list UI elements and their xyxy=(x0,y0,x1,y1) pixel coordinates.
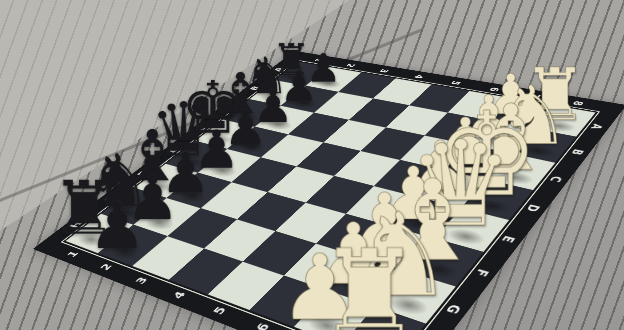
piece-white-rook-h8[interactable]: ♜ xyxy=(316,234,421,330)
rank-label-text: 3 xyxy=(133,276,150,286)
file-label-text: C xyxy=(547,175,566,183)
rank-label-text: 4 xyxy=(170,290,188,300)
piece-black-pawn-h2[interactable]: ♟ xyxy=(88,193,146,258)
rank-label-text: 1 xyxy=(65,250,81,259)
file-label-text: F xyxy=(472,267,492,278)
file-label-text: B xyxy=(568,148,586,156)
file-label-text: G xyxy=(443,302,465,315)
rank-label-text: 4 xyxy=(411,74,425,79)
file-label-text: D xyxy=(523,203,543,213)
square-h8[interactable]: ♜ xyxy=(342,307,426,330)
file-label-text: E xyxy=(499,234,519,244)
rank-label-text: 5 xyxy=(210,305,229,316)
rank-label-text: 5 xyxy=(448,80,463,85)
rank-label-text: 2 xyxy=(344,63,358,68)
rank-label-text: 2 xyxy=(98,262,115,271)
rank-label-text: 6 xyxy=(253,321,273,330)
rank-label-text: 3 xyxy=(377,68,391,73)
file-label-text: A xyxy=(588,123,606,130)
scene: 12345678A♜♟♟♜AB♞♟♟♞BC♝♟♟♝CD♚♟♟♚DE♛♟♟♛EF♝… xyxy=(0,0,624,330)
